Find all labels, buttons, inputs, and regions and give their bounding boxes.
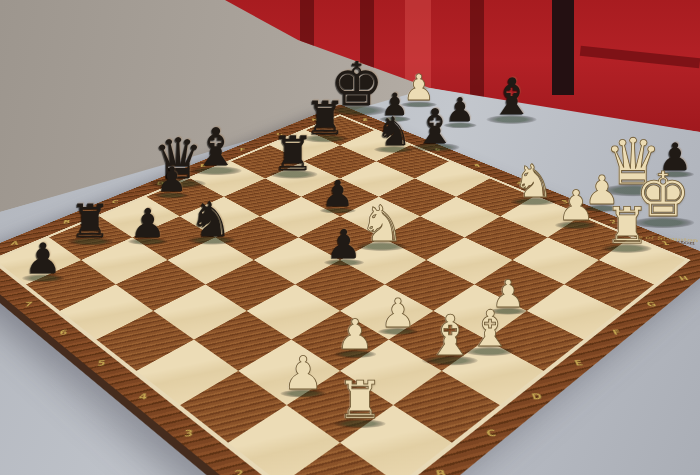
file-label-right: F (611, 328, 623, 336)
white-pawn-c2[interactable]: ♟ (380, 293, 416, 333)
black-knight-c6[interactable]: ♞ (189, 195, 232, 243)
white-pawn-g2[interactable]: ♟ (557, 185, 595, 227)
white-bishop-c1[interactable]: ♝ (425, 308, 475, 364)
rank-label-top: 5 (473, 163, 481, 168)
booth-door-gap (552, 0, 574, 95)
captured-black-piece: ♝ (490, 72, 535, 122)
file-label-right: D (531, 391, 544, 400)
black-pawn-b7[interactable]: ♟ (130, 203, 166, 243)
file-label-right: B (435, 468, 448, 475)
rank-label-bottom: 6 (58, 328, 68, 336)
black-rook-a8[interactable]: ♜ (69, 198, 110, 244)
white-rook-g1[interactable]: ♜ (605, 201, 650, 251)
file-label-left: F (240, 147, 246, 151)
black-pawn-c7[interactable]: ♟ (157, 162, 187, 196)
rank-label-bottom: 4 (138, 391, 148, 400)
rank-label-bottom: 5 (96, 358, 106, 367)
white-rook-a1[interactable]: ♜ (337, 374, 384, 426)
file-label-right: G (645, 300, 658, 307)
booth-panel-edge (470, 0, 484, 105)
black-pawn-d5[interactable]: ♟ (322, 176, 354, 212)
black-knight-f6[interactable]: ♞ (376, 111, 412, 151)
white-pawn-b2[interactable]: ♟ (336, 314, 374, 356)
file-label-right: C (485, 428, 497, 438)
white-pawn-a2[interactable]: ♟ (282, 350, 323, 396)
black-bishop-g6[interactable]: ♝ (413, 102, 456, 150)
black-pawn-d4[interactable]: ♟ (326, 224, 362, 264)
photo-stage: House of Staunton 88HH77GG66FF55EE44DD33… (0, 0, 700, 475)
black-rook-e7[interactable]: ♜ (271, 129, 314, 177)
file-label-left: C (112, 199, 120, 204)
file-label-right: E (573, 358, 585, 367)
file-label-left: A (10, 240, 20, 246)
rank-label-bottom: 7 (23, 300, 33, 307)
rank-label-bottom: 3 (184, 428, 194, 438)
file-label-right: H (678, 275, 691, 282)
white-knight-e4[interactable]: ♞ (360, 199, 405, 249)
black-pawn-a7[interactable]: ♟ (24, 238, 62, 280)
rank-label-bottom: 2 (234, 468, 243, 475)
rank-label-bottom: 8 (0, 275, 1, 282)
white-knight-g3[interactable]: ♞ (512, 158, 553, 204)
